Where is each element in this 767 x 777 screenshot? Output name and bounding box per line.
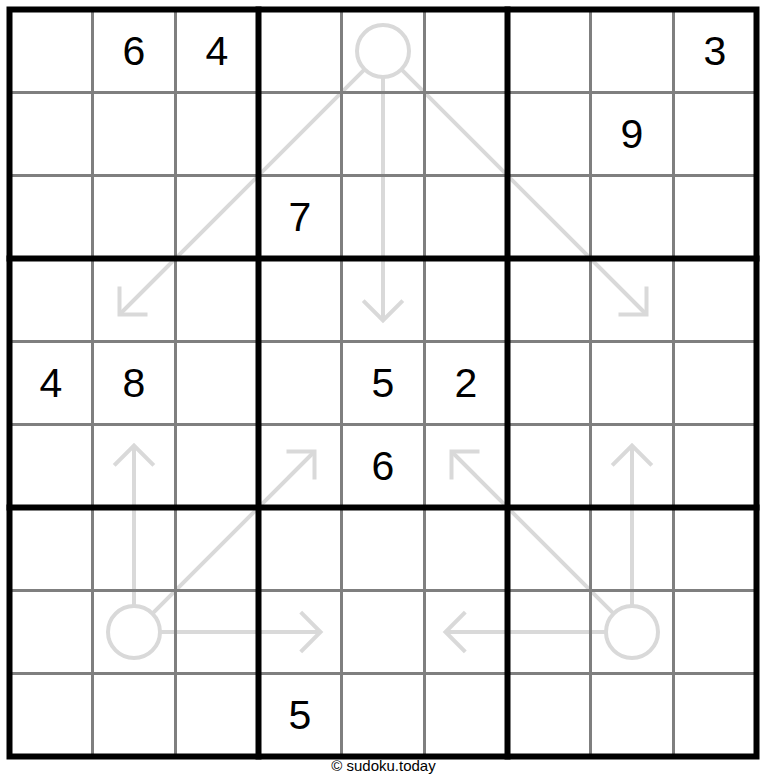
cell-r8c3[interactable] <box>176 591 259 674</box>
cell-r1c2[interactable]: 6 <box>93 10 176 93</box>
cell-r2c2[interactable] <box>93 93 176 176</box>
cell-r2c7[interactable] <box>508 93 591 176</box>
cell-r7c3[interactable] <box>176 508 259 591</box>
cell-r4c6[interactable] <box>425 259 508 342</box>
cell-r7c4[interactable] <box>259 508 342 591</box>
cell-r1c9[interactable]: 3 <box>674 10 757 93</box>
cell-r7c1[interactable] <box>10 508 93 591</box>
cell-r1c3[interactable]: 4 <box>176 10 259 93</box>
cell-r9c3[interactable] <box>176 674 259 757</box>
cell-r7c9[interactable] <box>674 508 757 591</box>
cell-r5c9[interactable] <box>674 342 757 425</box>
cell-r7c2[interactable] <box>93 508 176 591</box>
cell-r4c8[interactable] <box>591 259 674 342</box>
cell-r6c9[interactable] <box>674 425 757 508</box>
cell-r9c8[interactable] <box>591 674 674 757</box>
cell-r2c8[interactable]: 9 <box>591 93 674 176</box>
cell-r3c1[interactable] <box>10 176 93 259</box>
cell-r5c1[interactable]: 4 <box>10 342 93 425</box>
cell-r5c2[interactable]: 8 <box>93 342 176 425</box>
cell-r8c2[interactable] <box>93 591 176 674</box>
cell-r6c5[interactable]: 6 <box>342 425 425 508</box>
copyright-text: © sudoku.today <box>0 757 767 775</box>
cell-r6c3[interactable] <box>176 425 259 508</box>
cell-r9c9[interactable] <box>674 674 757 757</box>
cell-r1c6[interactable] <box>425 10 508 93</box>
cell-r4c9[interactable] <box>674 259 757 342</box>
cell-r7c8[interactable] <box>591 508 674 591</box>
cell-r9c4[interactable]: 5 <box>259 674 342 757</box>
cell-r4c1[interactable] <box>10 259 93 342</box>
cell-r7c6[interactable] <box>425 508 508 591</box>
cell-r5c6[interactable]: 2 <box>425 342 508 425</box>
cell-r9c7[interactable] <box>508 674 591 757</box>
cell-r7c7[interactable] <box>508 508 591 591</box>
cell-r8c8[interactable] <box>591 591 674 674</box>
cell-r6c8[interactable] <box>591 425 674 508</box>
cell-r3c5[interactable] <box>342 176 425 259</box>
cell-r4c5[interactable] <box>342 259 425 342</box>
cell-r8c6[interactable] <box>425 591 508 674</box>
cell-r2c1[interactable] <box>10 93 93 176</box>
cell-r5c5[interactable]: 5 <box>342 342 425 425</box>
cell-r5c3[interactable] <box>176 342 259 425</box>
cell-r4c4[interactable] <box>259 259 342 342</box>
cell-r5c4[interactable] <box>259 342 342 425</box>
cell-r8c5[interactable] <box>342 591 425 674</box>
cell-r9c5[interactable] <box>342 674 425 757</box>
cell-r3c2[interactable] <box>93 176 176 259</box>
cell-r2c5[interactable] <box>342 93 425 176</box>
cell-r3c4[interactable]: 7 <box>259 176 342 259</box>
cell-r9c1[interactable] <box>10 674 93 757</box>
cell-r1c8[interactable] <box>591 10 674 93</box>
cell-r6c1[interactable] <box>10 425 93 508</box>
cell-r3c6[interactable] <box>425 176 508 259</box>
cell-r6c6[interactable] <box>425 425 508 508</box>
cell-r2c9[interactable] <box>674 93 757 176</box>
cell-r1c4[interactable] <box>259 10 342 93</box>
cell-r8c1[interactable] <box>10 591 93 674</box>
sudoku-board: 64397485265 <box>0 0 767 777</box>
cell-r3c8[interactable] <box>591 176 674 259</box>
cell-r7c5[interactable] <box>342 508 425 591</box>
cell-r1c1[interactable] <box>10 10 93 93</box>
cell-r8c9[interactable] <box>674 591 757 674</box>
cell-r1c7[interactable] <box>508 10 591 93</box>
cell-r2c6[interactable] <box>425 93 508 176</box>
cell-r3c9[interactable] <box>674 176 757 259</box>
cell-r6c4[interactable] <box>259 425 342 508</box>
cell-r5c8[interactable] <box>591 342 674 425</box>
cell-r1c5[interactable] <box>342 10 425 93</box>
cell-r6c7[interactable] <box>508 425 591 508</box>
cell-r2c4[interactable] <box>259 93 342 176</box>
cell-r5c7[interactable] <box>508 342 591 425</box>
cell-r4c7[interactable] <box>508 259 591 342</box>
cell-r9c6[interactable] <box>425 674 508 757</box>
cell-r8c7[interactable] <box>508 591 591 674</box>
cell-r3c7[interactable] <box>508 176 591 259</box>
cell-r8c4[interactable] <box>259 591 342 674</box>
cell-r4c2[interactable] <box>93 259 176 342</box>
cell-r9c2[interactable] <box>93 674 176 757</box>
cell-r4c3[interactable] <box>176 259 259 342</box>
sudoku-puzzle-image: 64397485265 © sudoku.today <box>0 0 767 777</box>
cell-r3c3[interactable] <box>176 176 259 259</box>
cell-r6c2[interactable] <box>93 425 176 508</box>
cell-r2c3[interactable] <box>176 93 259 176</box>
